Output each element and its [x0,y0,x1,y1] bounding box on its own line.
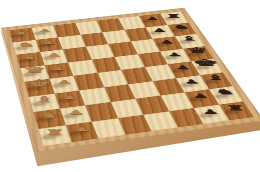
white-pawn-icon: ♟ [46,53,61,58]
black-bishop-icon: ♝ [178,35,199,41]
white-pawn-icon: ♟ [37,29,51,33]
black-bishop-icon: ♝ [203,74,226,81]
black-rook-icon: ♜ [165,14,182,19]
white-pawn-icon: ♟ [51,66,66,71]
black-pawn-icon: ♟ [167,52,183,57]
white-bishop-icon: ♝ [33,95,55,103]
black-king-icon: ♚ [191,58,220,67]
white-bishop-icon: ♝ [20,54,40,61]
black-pawn-icon: ♟ [192,93,210,99]
black-pawn-icon: ♟ [175,65,191,70]
white-pawn-icon: ♟ [61,94,77,100]
white-rook-icon: ♜ [45,128,65,136]
white-king-icon: ♚ [25,78,53,88]
perspective-scene: ♜♟♞♟♟♜♝♟♟♞♛♟♟♝♚♟♟♛♝♟♟♚♞♟♟♝♜♟♟♞♟♜ [0,0,260,172]
white-pawn-icon: ♟ [67,110,84,116]
black-pawn-icon: ♟ [159,40,174,45]
black-pawn-icon: ♟ [145,17,160,21]
white-pawn-icon: ♟ [73,126,90,133]
white-knight-icon: ♞ [16,42,35,48]
black-rook-icon: ♜ [224,104,246,111]
black-pawn-icon: ♟ [183,79,200,85]
chess-set-photo: ♜♟♞♟♟♜♝♟♟♞♛♟♟♝♚♟♟♛♝♟♟♚♞♟♟♝♜♟♟♞♟♜ [0,0,260,172]
black-queen-icon: ♛ [184,46,209,54]
black-knight-icon: ♞ [213,88,236,95]
black-pawn-icon: ♟ [152,28,167,32]
white-rook-icon: ♜ [14,30,31,35]
white-queen-icon: ♛ [22,66,47,74]
white-pawn-icon: ♟ [42,40,57,45]
white-pawn-icon: ♟ [56,80,72,86]
black-pawn-icon: ♟ [201,109,219,115]
black-knight-icon: ♞ [171,24,191,30]
chess-board: ♜♟♞♟♟♜♝♟♟♞♛♟♟♝♚♟♟♛♝♟♟♚♞♟♟♝♜♟♟♞♟♜ [2,8,260,153]
white-knight-icon: ♞ [38,111,60,119]
